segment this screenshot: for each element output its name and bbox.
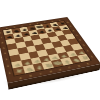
- square-b2[interactable]: ♟: [21, 58, 33, 66]
- square-a3[interactable]: [10, 54, 21, 62]
- square-d2[interactable]: ♟: [39, 55, 51, 63]
- white-pawn[interactable]: ♟: [60, 54, 68, 57]
- black-pawn[interactable]: ♟: [15, 34, 22, 37]
- square-c2[interactable]: ♟: [30, 57, 42, 65]
- square-h3[interactable]: [71, 43, 83, 50]
- square-f3[interactable]: [54, 46, 66, 53]
- white-pawn[interactable]: ♟: [77, 51, 85, 54]
- white-pawn[interactable]: ♟: [42, 58, 50, 62]
- white-king[interactable]: ♚: [53, 61, 64, 66]
- square-e1[interactable]: ♚: [51, 59, 63, 67]
- black-pawn[interactable]: ♟: [47, 29, 54, 32]
- white-pawn[interactable]: ♟: [14, 63, 23, 67]
- black-queen[interactable]: ♛: [28, 27, 37, 30]
- black-pawn[interactable]: ♟: [23, 33, 30, 36]
- square-b3[interactable]: [19, 53, 30, 61]
- black-pawn[interactable]: ♟: [62, 27, 69, 29]
- square-c3[interactable]: [28, 51, 39, 59]
- square-d3[interactable]: [37, 49, 48, 56]
- black-rook[interactable]: ♜: [5, 31, 13, 34]
- white-bishop[interactable]: ♝: [34, 65, 44, 70]
- black-rook[interactable]: ♜: [59, 23, 66, 26]
- white-rook[interactable]: ♜: [15, 69, 25, 74]
- photo-scene: abcdefgh abcdefgh 87654321 87654321 ♜♞♝♛…: [0, 0, 100, 100]
- white-bishop[interactable]: ♝: [62, 60, 72, 64]
- white-queen[interactable]: ♛: [44, 63, 55, 68]
- square-a5[interactable]: [7, 43, 17, 50]
- square-b4[interactable]: [17, 47, 28, 54]
- white-pawn[interactable]: ♟: [51, 56, 59, 60]
- black-bishop[interactable]: ♝: [20, 28, 28, 31]
- square-c4[interactable]: [26, 45, 37, 52]
- black-pawn[interactable]: ♟: [54, 28, 61, 31]
- black-pawn[interactable]: ♟: [6, 36, 13, 39]
- white-pawn[interactable]: ♟: [33, 60, 41, 64]
- square-e2[interactable]: ♟: [48, 53, 60, 61]
- square-b8[interactable]: ♞: [11, 28, 20, 34]
- square-e3[interactable]: [45, 48, 56, 55]
- square-a2[interactable]: ♟: [11, 60, 22, 68]
- black-bishop[interactable]: ♝: [44, 25, 52, 28]
- square-f2[interactable]: ♟: [57, 52, 69, 60]
- square-d4[interactable]: [35, 44, 46, 51]
- white-pawn[interactable]: ♟: [69, 53, 77, 56]
- square-g2[interactable]: ♟: [66, 50, 78, 57]
- black-knight[interactable]: ♞: [12, 30, 20, 33]
- black-knight[interactable]: ♞: [51, 24, 59, 27]
- black-pawn[interactable]: ♟: [39, 31, 46, 34]
- white-pawn[interactable]: ♟: [23, 61, 31, 65]
- square-g3[interactable]: [62, 45, 74, 52]
- black-pawn[interactable]: ♟: [31, 32, 38, 35]
- square-a4[interactable]: [8, 49, 19, 56]
